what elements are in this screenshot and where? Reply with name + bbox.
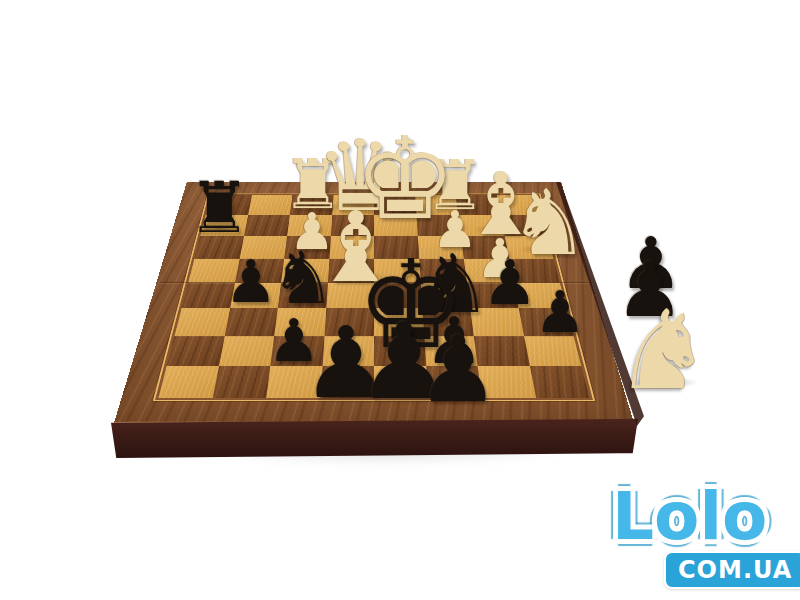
- piece-black-knight-c4: ♞: [267, 242, 340, 315]
- board-front-edge: [111, 418, 638, 458]
- product-photo-scene: ♜♛♚♜♝♞♟♟♝♟♜♟♞♞♟♟♟♚♟♟♟♟♟♟♞ Lolo COM.UA: [0, 0, 800, 600]
- square-h1: [529, 366, 589, 398]
- square-a1: [158, 366, 218, 398]
- piece-black-pawn-f1: ♟: [412, 324, 504, 416]
- square-a3: [174, 308, 229, 336]
- square-b1: [212, 366, 270, 398]
- piece-black-pawn-h3: ♟: [531, 284, 589, 342]
- piece-white-knight-offboard: ♞: [608, 296, 718, 406]
- watermark-logo-text: Lolo: [612, 478, 767, 555]
- piece-black-rook-a7: ♜: [184, 173, 254, 243]
- square-a2: [167, 336, 225, 366]
- watermark-domain-badge: COM.UA: [664, 551, 800, 589]
